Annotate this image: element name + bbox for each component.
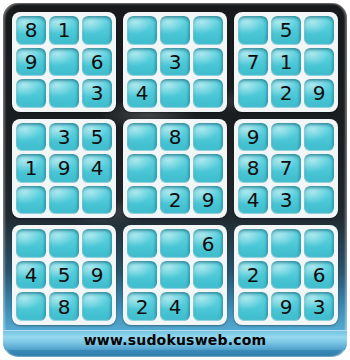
cell-r4c6[interactable] xyxy=(193,123,223,152)
cell-r6c9[interactable] xyxy=(304,186,334,215)
cell-digit: 3 xyxy=(280,190,293,210)
cell-r3c5[interactable] xyxy=(160,79,190,108)
cell-digit: 8 xyxy=(247,158,260,178)
cell-r6c1[interactable] xyxy=(16,186,46,215)
cell-r8c9[interactable]: 6 xyxy=(304,261,334,290)
cell-digit: 2 xyxy=(136,297,149,317)
box-2: 34 xyxy=(123,12,227,112)
cell-r1c1[interactable]: 8 xyxy=(16,16,46,45)
cell-r3c8[interactable]: 2 xyxy=(271,79,301,108)
box-9: 2693 xyxy=(234,225,338,325)
cell-digit: 4 xyxy=(169,297,182,317)
cell-r8c6[interactable] xyxy=(193,261,223,290)
cell-r9c7[interactable] xyxy=(238,292,268,321)
box-4: 35194 xyxy=(12,119,116,219)
cell-r1c9[interactable] xyxy=(304,16,334,45)
cell-r9c9[interactable]: 3 xyxy=(304,292,334,321)
cell-r5c2[interactable]: 9 xyxy=(49,154,79,183)
cell-digit: 2 xyxy=(280,83,293,103)
cell-digit: 1 xyxy=(280,52,293,72)
cell-r2c2[interactable] xyxy=(49,48,79,77)
cell-digit: 9 xyxy=(202,190,215,210)
cell-digit: 8 xyxy=(25,20,38,40)
cell-r1c3[interactable] xyxy=(82,16,112,45)
cell-r2c7[interactable]: 7 xyxy=(238,48,268,77)
cell-r4c3[interactable]: 5 xyxy=(82,123,112,152)
box-7: 4598 xyxy=(12,225,116,325)
cell-r9c6[interactable] xyxy=(193,292,223,321)
cell-r3c1[interactable] xyxy=(16,79,46,108)
cell-r4c7[interactable]: 9 xyxy=(238,123,268,152)
cell-r1c2[interactable]: 1 xyxy=(49,16,79,45)
cell-digit: 1 xyxy=(58,20,71,40)
cell-r7c2[interactable] xyxy=(49,229,79,258)
cell-r6c5[interactable]: 2 xyxy=(160,186,190,215)
cell-r8c2[interactable]: 5 xyxy=(49,261,79,290)
cell-digit: 9 xyxy=(247,127,260,147)
cell-r1c6[interactable] xyxy=(193,16,223,45)
cell-r8c3[interactable]: 9 xyxy=(82,261,112,290)
cell-r6c8[interactable]: 3 xyxy=(271,186,301,215)
cell-r4c2[interactable]: 3 xyxy=(49,123,79,152)
cell-digit: 4 xyxy=(91,158,104,178)
box-8: 624 xyxy=(123,225,227,325)
cell-r2c6[interactable] xyxy=(193,48,223,77)
cell-digit: 8 xyxy=(58,297,71,317)
cell-r9c2[interactable]: 8 xyxy=(49,292,79,321)
sudoku-board: 819633457129351948299874345986242693 xyxy=(3,3,347,330)
cell-r7c1[interactable] xyxy=(16,229,46,258)
cell-r5c3[interactable]: 4 xyxy=(82,154,112,183)
footer-bar: www.sudokusweb.com xyxy=(3,330,347,350)
cell-r3c7[interactable] xyxy=(238,79,268,108)
cell-r3c9[interactable]: 9 xyxy=(304,79,334,108)
cell-r1c8[interactable]: 5 xyxy=(271,16,301,45)
cell-digit: 4 xyxy=(25,265,38,285)
cell-r9c8[interactable]: 9 xyxy=(271,292,301,321)
cell-r5c1[interactable]: 1 xyxy=(16,154,46,183)
cell-r5c7[interactable]: 8 xyxy=(238,154,268,183)
cell-r9c1[interactable] xyxy=(16,292,46,321)
cell-digit: 5 xyxy=(91,127,104,147)
cell-r8c1[interactable]: 4 xyxy=(16,261,46,290)
cell-r2c9[interactable] xyxy=(304,48,334,77)
cell-digit: 4 xyxy=(247,190,260,210)
cell-r1c7[interactable] xyxy=(238,16,268,45)
cell-digit: 7 xyxy=(247,52,260,72)
cell-r2c8[interactable]: 1 xyxy=(271,48,301,77)
cell-r1c5[interactable] xyxy=(160,16,190,45)
box-5: 829 xyxy=(123,119,227,219)
cell-r4c9[interactable] xyxy=(304,123,334,152)
cell-digit: 2 xyxy=(169,190,182,210)
cell-digit: 8 xyxy=(169,127,182,147)
cell-r8c5[interactable] xyxy=(160,261,190,290)
cell-r7c8[interactable] xyxy=(271,229,301,258)
cell-r5c4[interactable] xyxy=(127,154,157,183)
sudoku-widget: 819633457129351948299874345986242693 www… xyxy=(3,3,347,357)
cell-r4c1[interactable] xyxy=(16,123,46,152)
cell-r5c8[interactable]: 7 xyxy=(271,154,301,183)
cell-r2c4[interactable] xyxy=(127,48,157,77)
cell-r4c4[interactable] xyxy=(127,123,157,152)
box-3: 57129 xyxy=(234,12,338,112)
cell-r7c4[interactable] xyxy=(127,229,157,258)
cell-digit: 3 xyxy=(91,83,104,103)
cell-digit: 7 xyxy=(280,158,293,178)
cell-r7c3[interactable] xyxy=(82,229,112,258)
cell-r9c5[interactable]: 4 xyxy=(160,292,190,321)
cell-digit: 9 xyxy=(280,297,293,317)
cell-r7c6[interactable]: 6 xyxy=(193,229,223,258)
cell-r6c3[interactable] xyxy=(82,186,112,215)
cell-digit: 5 xyxy=(58,265,71,285)
cell-digit: 3 xyxy=(58,127,71,147)
cell-r2c5[interactable]: 3 xyxy=(160,48,190,77)
cell-r6c4[interactable] xyxy=(127,186,157,215)
cell-r7c7[interactable] xyxy=(238,229,268,258)
cell-digit: 4 xyxy=(136,83,149,103)
cell-r4c8[interactable] xyxy=(271,123,301,152)
cell-r2c3[interactable]: 6 xyxy=(82,48,112,77)
cell-digit: 1 xyxy=(25,158,38,178)
cell-r3c4[interactable]: 4 xyxy=(127,79,157,108)
cell-digit: 6 xyxy=(202,234,215,254)
cell-digit: 9 xyxy=(91,265,104,285)
cell-digit: 3 xyxy=(169,52,182,72)
cell-r1c4[interactable] xyxy=(127,16,157,45)
cell-r5c9[interactable] xyxy=(304,154,334,183)
cell-digit: 6 xyxy=(313,265,326,285)
cell-r9c3[interactable] xyxy=(82,292,112,321)
cell-r8c7[interactable]: 2 xyxy=(238,261,268,290)
cell-r4c5[interactable]: 8 xyxy=(160,123,190,152)
cell-r3c3[interactable]: 3 xyxy=(82,79,112,108)
cell-r9c4[interactable]: 2 xyxy=(127,292,157,321)
cell-digit: 6 xyxy=(91,52,104,72)
cell-digit: 9 xyxy=(58,158,71,178)
cell-r6c2[interactable] xyxy=(49,186,79,215)
cell-digit: 9 xyxy=(313,83,326,103)
cell-r3c6[interactable] xyxy=(193,79,223,108)
cell-r8c8[interactable] xyxy=(271,261,301,290)
cell-digit: 5 xyxy=(280,20,293,40)
cell-r3c2[interactable] xyxy=(49,79,79,108)
box-6: 98743 xyxy=(234,119,338,219)
cell-r7c9[interactable] xyxy=(304,229,334,258)
cell-r2c1[interactable]: 9 xyxy=(16,48,46,77)
cell-r5c6[interactable] xyxy=(193,154,223,183)
cell-digit: 9 xyxy=(25,52,38,72)
cell-r6c6[interactable]: 9 xyxy=(193,186,223,215)
cell-digit: 2 xyxy=(247,265,260,285)
cell-r7c5[interactable] xyxy=(160,229,190,258)
site-link[interactable]: www.sudokusweb.com xyxy=(84,332,267,348)
cell-r6c7[interactable]: 4 xyxy=(238,186,268,215)
cell-r5c5[interactable] xyxy=(160,154,190,183)
cell-r8c4[interactable] xyxy=(127,261,157,290)
cell-digit: 3 xyxy=(313,297,326,317)
box-1: 81963 xyxy=(12,12,116,112)
